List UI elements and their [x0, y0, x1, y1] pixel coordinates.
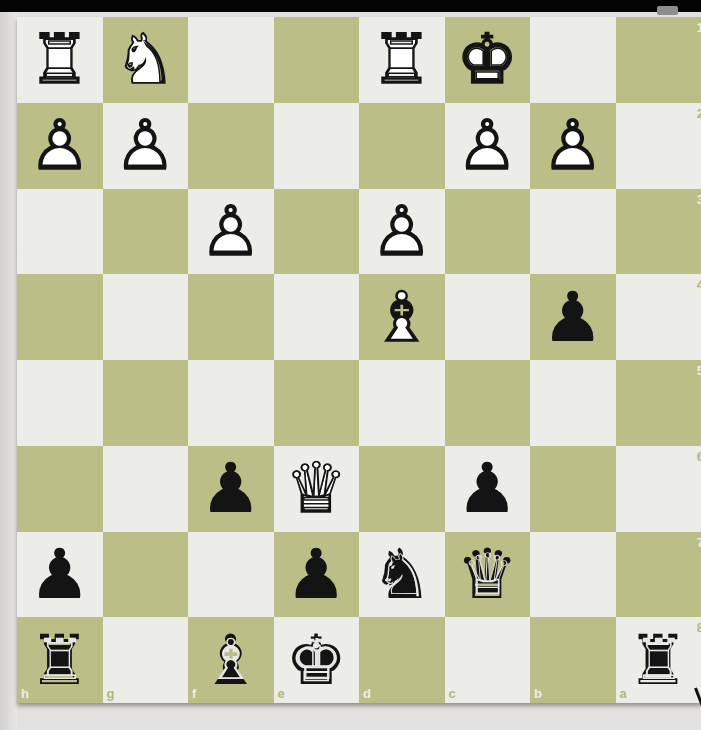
chess-board: ♜♖♞♘♜♖♚♔1♟♙♟♙♟♙♟♙2♟♙♟♙3♝♗♟45♟♛♕♟6♟♟♞♘♛♕7… [17, 17, 701, 703]
square-a8[interactable]: 8a♜♖ [616, 617, 701, 703]
square-h4[interactable] [17, 274, 103, 360]
rank-label-2: 2 [697, 106, 701, 121]
square-f5[interactable] [188, 360, 274, 446]
white-knight-icon: ♞ [103, 17, 189, 103]
white-pawn-outline-icon: ♙ [17, 103, 103, 189]
square-g3[interactable] [103, 189, 189, 275]
square-h1[interactable]: ♜♖ [17, 17, 103, 103]
square-d7[interactable]: ♞♘ [359, 532, 445, 618]
file-label-f: f [192, 686, 196, 701]
black-bishop-icon: ♝ [188, 617, 274, 703]
scrollbar-thumb[interactable] [657, 6, 678, 15]
white-rook-outline-icon: ♖ [17, 17, 103, 103]
black-queen-outline-icon: ♕ [452, 539, 522, 609]
white-queen-icon: ♛ [274, 446, 360, 532]
black-king-outline-icon: ♔ [281, 625, 351, 695]
square-b1[interactable] [530, 17, 616, 103]
black-rook-outline-icon: ♖ [25, 625, 95, 695]
square-d1[interactable]: ♜♖ [359, 17, 445, 103]
square-b6[interactable] [530, 446, 616, 532]
square-h3[interactable] [17, 189, 103, 275]
square-f6[interactable]: ♟ [188, 446, 274, 532]
square-e8[interactable]: e♚♔ [274, 617, 360, 703]
square-d2[interactable] [359, 103, 445, 189]
square-b8[interactable]: b [530, 617, 616, 703]
square-a6[interactable]: 6 [616, 446, 701, 532]
square-b4[interactable]: ♟ [530, 274, 616, 360]
rank-label-1: 1 [697, 20, 701, 35]
rank-label-6: 6 [697, 449, 701, 464]
black-knight-icon: ♞ [359, 532, 445, 618]
square-d4[interactable]: ♝♗ [359, 274, 445, 360]
square-h2[interactable]: ♟♙ [17, 103, 103, 189]
rank-label-3: 3 [697, 192, 701, 207]
black-pawn-icon: ♟ [274, 532, 360, 618]
black-king-icon: ♚ [274, 617, 360, 703]
square-c6[interactable]: ♟ [445, 446, 531, 532]
white-pawn-icon: ♟ [103, 103, 189, 189]
white-pawn-icon: ♟ [188, 189, 274, 275]
black-pawn-icon: ♟ [188, 446, 274, 532]
square-a3[interactable]: 3 [616, 189, 701, 275]
top-bar [0, 0, 701, 12]
square-g1[interactable]: ♞♘ [103, 17, 189, 103]
white-pawn-outline-icon: ♙ [445, 103, 531, 189]
square-a5[interactable]: 5 [616, 360, 701, 446]
white-king-outline-icon: ♔ [445, 17, 531, 103]
white-knight-outline-icon: ♘ [103, 17, 189, 103]
square-f3[interactable]: ♟♙ [188, 189, 274, 275]
square-c2[interactable]: ♟♙ [445, 103, 531, 189]
square-e4[interactable] [274, 274, 360, 360]
white-pawn-outline-icon: ♙ [359, 189, 445, 275]
square-d6[interactable] [359, 446, 445, 532]
square-e5[interactable] [274, 360, 360, 446]
black-pawn-icon: ♟ [17, 532, 103, 618]
square-e2[interactable] [274, 103, 360, 189]
white-rook-icon: ♜ [17, 17, 103, 103]
white-pawn-outline-icon: ♙ [103, 103, 189, 189]
square-f7[interactable] [188, 532, 274, 618]
rank-label-5: 5 [697, 363, 701, 378]
square-h8[interactable]: h♜♖ [17, 617, 103, 703]
black-rook-outline-icon: ♖ [623, 625, 693, 695]
square-e1[interactable] [274, 17, 360, 103]
square-f8[interactable]: f♝♗ [188, 617, 274, 703]
white-bishop-outline-icon: ♗ [359, 274, 445, 360]
file-label-e: e [278, 686, 285, 701]
white-queen-outline-icon: ♕ [274, 446, 360, 532]
square-c1[interactable]: ♚♔ [445, 17, 531, 103]
square-d3[interactable]: ♟♙ [359, 189, 445, 275]
white-pawn-icon: ♟ [17, 103, 103, 189]
square-c3[interactable] [445, 189, 531, 275]
white-king-icon: ♚ [445, 17, 531, 103]
square-h6[interactable] [17, 446, 103, 532]
square-c8[interactable]: c [445, 617, 531, 703]
square-g4[interactable] [103, 274, 189, 360]
square-g6[interactable] [103, 446, 189, 532]
square-g5[interactable] [103, 360, 189, 446]
rank-label-4: 4 [697, 277, 701, 292]
square-g8[interactable]: g [103, 617, 189, 703]
square-f1[interactable] [188, 17, 274, 103]
rank-label-8: 8 [697, 620, 701, 635]
black-rook-icon: ♜ [616, 617, 701, 703]
white-pawn-outline-icon: ♙ [188, 189, 274, 275]
rank-label-7: 7 [697, 535, 701, 550]
white-pawn-outline-icon: ♙ [530, 103, 616, 189]
square-a7[interactable]: 7 [616, 532, 701, 618]
file-label-c: c [449, 686, 456, 701]
square-g2[interactable]: ♟♙ [103, 103, 189, 189]
black-bishop-outline-icon: ♗ [196, 625, 266, 695]
square-c7[interactable]: ♛♕ [445, 532, 531, 618]
square-c4[interactable] [445, 274, 531, 360]
square-g7[interactable] [103, 532, 189, 618]
white-bishop-icon: ♝ [359, 274, 445, 360]
square-a4[interactable]: 4 [616, 274, 701, 360]
square-e7[interactable]: ♟ [274, 532, 360, 618]
square-h5[interactable] [17, 360, 103, 446]
square-e3[interactable] [274, 189, 360, 275]
square-d5[interactable] [359, 360, 445, 446]
square-f4[interactable] [188, 274, 274, 360]
white-pawn-icon: ♟ [445, 103, 531, 189]
white-pawn-icon: ♟ [359, 189, 445, 275]
page-background-strip [0, 12, 17, 730]
square-b3[interactable] [530, 189, 616, 275]
square-a1[interactable]: 1 [616, 17, 701, 103]
file-label-b: b [534, 686, 542, 701]
square-c5[interactable] [445, 360, 531, 446]
square-e6[interactable]: ♛♕ [274, 446, 360, 532]
square-b7[interactable] [530, 532, 616, 618]
square-b2[interactable]: ♟♙ [530, 103, 616, 189]
file-label-a: a [620, 686, 627, 701]
white-rook-outline-icon: ♖ [359, 17, 445, 103]
black-pawn-icon: ♟ [445, 446, 531, 532]
square-f2[interactable] [188, 103, 274, 189]
black-rook-icon: ♜ [17, 617, 103, 703]
white-pawn-icon: ♟ [530, 103, 616, 189]
black-queen-icon: ♛ [445, 532, 531, 618]
file-label-h: h [21, 686, 29, 701]
black-pawn-icon: ♟ [530, 274, 616, 360]
square-b5[interactable] [530, 360, 616, 446]
square-h7[interactable]: ♟ [17, 532, 103, 618]
square-a2[interactable]: 2 [616, 103, 701, 189]
black-knight-outline-icon: ♘ [367, 539, 437, 609]
square-d8[interactable]: d [359, 617, 445, 703]
file-label-d: d [363, 686, 371, 701]
white-rook-icon: ♜ [359, 17, 445, 103]
file-label-g: g [107, 686, 115, 701]
